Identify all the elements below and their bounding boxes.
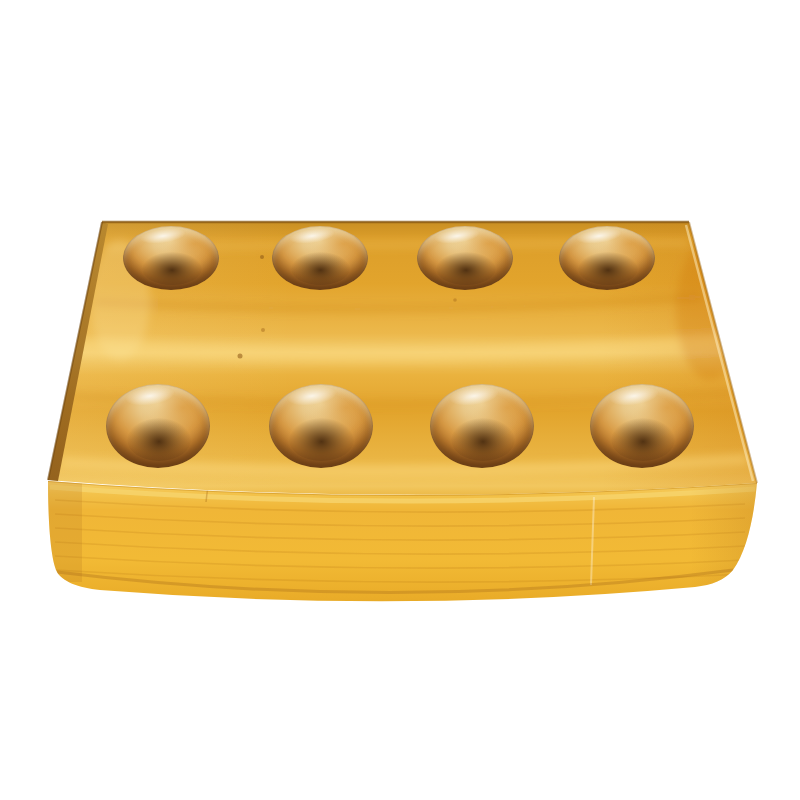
pit-r1c1[interactable]	[123, 226, 219, 290]
pit-row-back	[97, 226, 678, 290]
pit-r2c3[interactable]	[430, 384, 534, 468]
board-front-face	[44, 478, 760, 601]
pit-row-front	[77, 384, 722, 468]
product-photo-stage	[0, 0, 800, 800]
pit-r1c3[interactable]	[417, 226, 513, 290]
pit-r1c4[interactable]	[559, 226, 655, 290]
pit-r2c1[interactable]	[106, 384, 210, 468]
pit-r2c2[interactable]	[269, 384, 373, 468]
pit-r1c2[interactable]	[272, 226, 368, 290]
pit-r2c4[interactable]	[590, 384, 694, 468]
